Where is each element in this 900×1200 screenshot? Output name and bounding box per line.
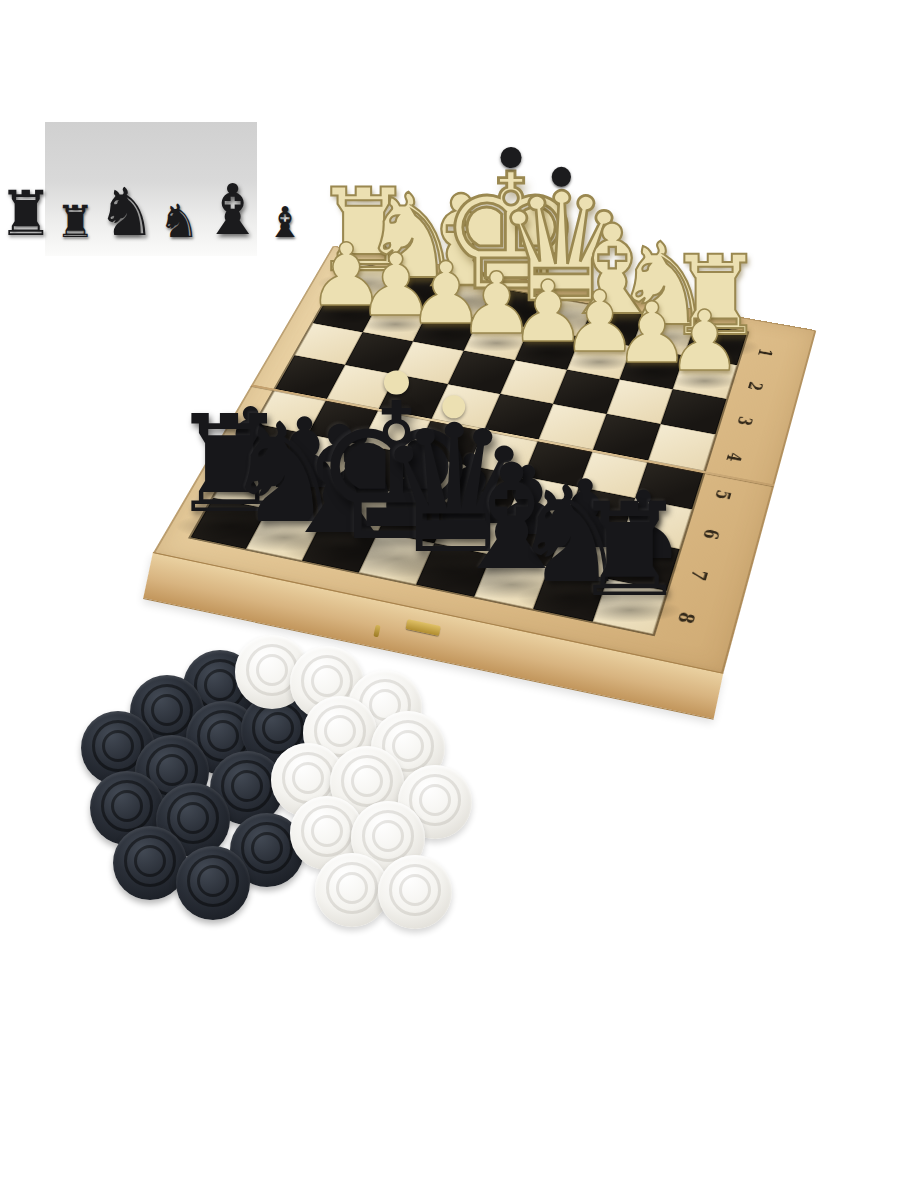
checker-black-12 <box>176 846 250 920</box>
checker-white-12 <box>378 855 452 929</box>
checkers-group <box>0 0 900 1200</box>
